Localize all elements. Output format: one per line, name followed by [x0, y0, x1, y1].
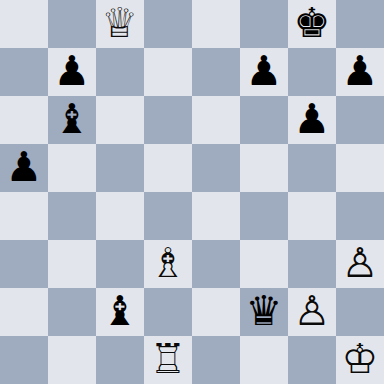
- square-e3[interactable]: [192, 240, 240, 288]
- square-g3[interactable]: [288, 240, 336, 288]
- black-queen-f2[interactable]: ♛: [246, 288, 283, 335]
- square-e7[interactable]: [192, 48, 240, 96]
- square-c4[interactable]: [96, 192, 144, 240]
- square-h4[interactable]: [336, 192, 384, 240]
- square-g2[interactable]: ♙: [288, 288, 336, 336]
- chess-board: ♕♚♟♟♟♝♟♟♗♙♝♛♙♖♔: [0, 0, 384, 384]
- square-b1[interactable]: [48, 336, 96, 384]
- white-pawn-h3[interactable]: ♙: [342, 240, 379, 287]
- square-b2[interactable]: [48, 288, 96, 336]
- square-b6[interactable]: ♝: [48, 96, 96, 144]
- square-f4[interactable]: [240, 192, 288, 240]
- white-bishop-d3[interactable]: ♗: [150, 240, 187, 287]
- square-g4[interactable]: [288, 192, 336, 240]
- square-b3[interactable]: [48, 240, 96, 288]
- square-b7[interactable]: ♟: [48, 48, 96, 96]
- square-f7[interactable]: ♟: [240, 48, 288, 96]
- black-pawn-b7[interactable]: ♟: [54, 48, 91, 95]
- square-c5[interactable]: [96, 144, 144, 192]
- black-pawn-h7[interactable]: ♟: [342, 48, 379, 95]
- square-b4[interactable]: [48, 192, 96, 240]
- black-pawn-f7[interactable]: ♟: [246, 48, 283, 95]
- square-f8[interactable]: [240, 0, 288, 48]
- square-a7[interactable]: [0, 48, 48, 96]
- square-c6[interactable]: [96, 96, 144, 144]
- square-d8[interactable]: [144, 0, 192, 48]
- square-e2[interactable]: [192, 288, 240, 336]
- square-d2[interactable]: [144, 288, 192, 336]
- square-h7[interactable]: ♟: [336, 48, 384, 96]
- square-f1[interactable]: [240, 336, 288, 384]
- square-g6[interactable]: ♟: [288, 96, 336, 144]
- square-a1[interactable]: [0, 336, 48, 384]
- black-bishop-b6[interactable]: ♝: [54, 96, 91, 143]
- square-c8[interactable]: ♕: [96, 0, 144, 48]
- square-e8[interactable]: [192, 0, 240, 48]
- square-g1[interactable]: [288, 336, 336, 384]
- square-e6[interactable]: [192, 96, 240, 144]
- square-d1[interactable]: ♖: [144, 336, 192, 384]
- square-f5[interactable]: [240, 144, 288, 192]
- square-d7[interactable]: [144, 48, 192, 96]
- black-pawn-a5[interactable]: ♟: [6, 144, 43, 191]
- square-c7[interactable]: [96, 48, 144, 96]
- square-a8[interactable]: [0, 0, 48, 48]
- square-b5[interactable]: [48, 144, 96, 192]
- square-e4[interactable]: [192, 192, 240, 240]
- square-d6[interactable]: [144, 96, 192, 144]
- square-a4[interactable]: [0, 192, 48, 240]
- white-pawn-g2[interactable]: ♙: [294, 288, 331, 335]
- square-h6[interactable]: [336, 96, 384, 144]
- square-g8[interactable]: ♚: [288, 0, 336, 48]
- square-d3[interactable]: ♗: [144, 240, 192, 288]
- square-g7[interactable]: [288, 48, 336, 96]
- black-king-g8[interactable]: ♚: [294, 0, 331, 47]
- white-rook-d1[interactable]: ♖: [150, 336, 187, 383]
- square-h2[interactable]: [336, 288, 384, 336]
- square-g5[interactable]: [288, 144, 336, 192]
- square-d4[interactable]: [144, 192, 192, 240]
- square-a5[interactable]: ♟: [0, 144, 48, 192]
- square-b8[interactable]: [48, 0, 96, 48]
- square-c3[interactable]: [96, 240, 144, 288]
- square-f6[interactable]: [240, 96, 288, 144]
- black-bishop-c2[interactable]: ♝: [102, 288, 139, 335]
- square-a6[interactable]: [0, 96, 48, 144]
- square-e5[interactable]: [192, 144, 240, 192]
- square-h3[interactable]: ♙: [336, 240, 384, 288]
- square-h1[interactable]: ♔: [336, 336, 384, 384]
- square-f2[interactable]: ♛: [240, 288, 288, 336]
- square-e1[interactable]: [192, 336, 240, 384]
- square-h5[interactable]: [336, 144, 384, 192]
- square-f3[interactable]: [240, 240, 288, 288]
- square-c2[interactable]: ♝: [96, 288, 144, 336]
- square-d5[interactable]: [144, 144, 192, 192]
- black-pawn-g6[interactable]: ♟: [294, 96, 331, 143]
- square-c1[interactable]: [96, 336, 144, 384]
- square-a3[interactable]: [0, 240, 48, 288]
- square-a2[interactable]: [0, 288, 48, 336]
- white-king-h1[interactable]: ♔: [342, 336, 379, 383]
- square-h8[interactable]: [336, 0, 384, 48]
- white-queen-c8[interactable]: ♕: [102, 0, 139, 47]
